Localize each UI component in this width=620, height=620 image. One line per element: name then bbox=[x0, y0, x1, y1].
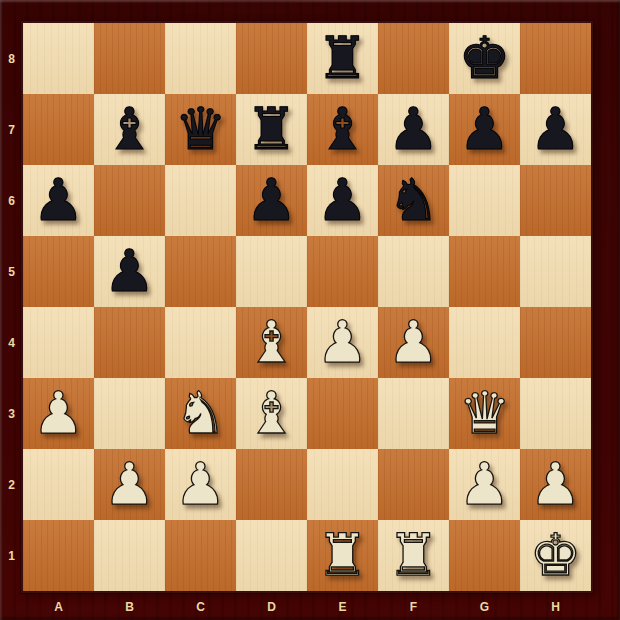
square-f4[interactable]: ♟ bbox=[378, 307, 449, 378]
square-e8[interactable]: ♜ bbox=[307, 23, 378, 94]
piece-white-king[interactable]: ♚ bbox=[530, 520, 582, 591]
piece-white-pawn[interactable]: ♟ bbox=[33, 378, 85, 449]
square-d8[interactable] bbox=[236, 23, 307, 94]
square-g1[interactable] bbox=[449, 520, 520, 591]
piece-black-queen[interactable]: ♛ bbox=[175, 94, 227, 165]
piece-white-bishop[interactable]: ♝ bbox=[246, 307, 298, 378]
piece-black-bishop[interactable]: ♝ bbox=[317, 94, 369, 165]
square-c5[interactable] bbox=[165, 236, 236, 307]
square-g3[interactable]: ♛ bbox=[449, 378, 520, 449]
square-e1[interactable]: ♜ bbox=[307, 520, 378, 591]
square-h4[interactable] bbox=[520, 307, 591, 378]
square-f6[interactable]: ♞ bbox=[378, 165, 449, 236]
square-g8[interactable]: ♚ bbox=[449, 23, 520, 94]
square-e2[interactable] bbox=[307, 449, 378, 520]
piece-black-pawn[interactable]: ♟ bbox=[33, 165, 85, 236]
piece-black-pawn[interactable]: ♟ bbox=[317, 165, 369, 236]
square-c1[interactable] bbox=[165, 520, 236, 591]
square-b6[interactable] bbox=[94, 165, 165, 236]
square-f1[interactable]: ♜ bbox=[378, 520, 449, 591]
square-h2[interactable]: ♟ bbox=[520, 449, 591, 520]
square-g7[interactable]: ♟ bbox=[449, 94, 520, 165]
square-g6[interactable] bbox=[449, 165, 520, 236]
square-d3[interactable]: ♝ bbox=[236, 378, 307, 449]
piece-white-pawn[interactable]: ♟ bbox=[317, 307, 369, 378]
square-a5[interactable] bbox=[23, 236, 94, 307]
rank-labels: 87654321 bbox=[0, 23, 23, 591]
file-labels: ABCDEFGH bbox=[23, 593, 591, 620]
square-d6[interactable]: ♟ bbox=[236, 165, 307, 236]
piece-white-knight[interactable]: ♞ bbox=[175, 378, 227, 449]
square-f2[interactable] bbox=[378, 449, 449, 520]
square-e7[interactable]: ♝ bbox=[307, 94, 378, 165]
rank-label-1: 1 bbox=[0, 520, 23, 591]
square-b1[interactable] bbox=[94, 520, 165, 591]
rank-label-3: 3 bbox=[0, 378, 23, 449]
square-d5[interactable] bbox=[236, 236, 307, 307]
piece-white-pawn[interactable]: ♟ bbox=[530, 449, 582, 520]
file-label-c: C bbox=[165, 593, 236, 620]
rank-label-5: 5 bbox=[0, 236, 23, 307]
file-label-b: B bbox=[94, 593, 165, 620]
square-b2[interactable]: ♟ bbox=[94, 449, 165, 520]
square-d1[interactable] bbox=[236, 520, 307, 591]
square-f3[interactable] bbox=[378, 378, 449, 449]
piece-white-pawn[interactable]: ♟ bbox=[175, 449, 227, 520]
square-b3[interactable] bbox=[94, 378, 165, 449]
piece-white-pawn[interactable]: ♟ bbox=[104, 449, 156, 520]
square-c8[interactable] bbox=[165, 23, 236, 94]
square-a4[interactable] bbox=[23, 307, 94, 378]
piece-black-pawn[interactable]: ♟ bbox=[530, 94, 582, 165]
square-d4[interactable]: ♝ bbox=[236, 307, 307, 378]
square-a3[interactable]: ♟ bbox=[23, 378, 94, 449]
square-d7[interactable]: ♜ bbox=[236, 94, 307, 165]
file-label-d: D bbox=[236, 593, 307, 620]
square-h3[interactable] bbox=[520, 378, 591, 449]
square-b8[interactable] bbox=[94, 23, 165, 94]
square-f7[interactable]: ♟ bbox=[378, 94, 449, 165]
rank-label-8: 8 bbox=[0, 23, 23, 94]
square-h8[interactable] bbox=[520, 23, 591, 94]
piece-black-pawn[interactable]: ♟ bbox=[104, 236, 156, 307]
piece-white-pawn[interactable]: ♟ bbox=[388, 307, 440, 378]
chess-board-frame: ♜♚♝♛♜♝♟♟♟♟♟♟♞♟♝♟♟♟♞♝♛♟♟♟♟♜♜♚ 87654321 AB… bbox=[0, 0, 620, 620]
square-g4[interactable] bbox=[449, 307, 520, 378]
square-e3[interactable] bbox=[307, 378, 378, 449]
square-a1[interactable] bbox=[23, 520, 94, 591]
square-c3[interactable]: ♞ bbox=[165, 378, 236, 449]
piece-white-rook[interactable]: ♜ bbox=[317, 520, 369, 591]
piece-white-rook[interactable]: ♜ bbox=[388, 520, 440, 591]
rank-label-6: 6 bbox=[0, 165, 23, 236]
square-e6[interactable]: ♟ bbox=[307, 165, 378, 236]
square-h6[interactable] bbox=[520, 165, 591, 236]
square-h1[interactable]: ♚ bbox=[520, 520, 591, 591]
square-b4[interactable] bbox=[94, 307, 165, 378]
file-label-g: G bbox=[449, 593, 520, 620]
piece-black-pawn[interactable]: ♟ bbox=[459, 94, 511, 165]
square-e5[interactable] bbox=[307, 236, 378, 307]
piece-black-bishop[interactable]: ♝ bbox=[104, 94, 156, 165]
file-label-h: H bbox=[520, 593, 591, 620]
piece-black-pawn[interactable]: ♟ bbox=[246, 165, 298, 236]
square-a8[interactable] bbox=[23, 23, 94, 94]
square-e4[interactable]: ♟ bbox=[307, 307, 378, 378]
square-g2[interactable]: ♟ bbox=[449, 449, 520, 520]
file-label-f: F bbox=[378, 593, 449, 620]
square-c7[interactable]: ♛ bbox=[165, 94, 236, 165]
file-label-a: A bbox=[23, 593, 94, 620]
square-b7[interactable]: ♝ bbox=[94, 94, 165, 165]
piece-black-rook[interactable]: ♜ bbox=[246, 94, 298, 165]
square-d2[interactable] bbox=[236, 449, 307, 520]
rank-label-4: 4 bbox=[0, 307, 23, 378]
piece-black-rook[interactable]: ♜ bbox=[317, 23, 369, 94]
piece-black-king[interactable]: ♚ bbox=[459, 23, 511, 94]
piece-black-knight[interactable]: ♞ bbox=[388, 165, 440, 236]
square-h5[interactable] bbox=[520, 236, 591, 307]
piece-white-bishop[interactable]: ♝ bbox=[246, 378, 298, 449]
square-c6[interactable] bbox=[165, 165, 236, 236]
rank-label-2: 2 bbox=[0, 449, 23, 520]
square-h7[interactable]: ♟ bbox=[520, 94, 591, 165]
piece-white-pawn[interactable]: ♟ bbox=[459, 449, 511, 520]
square-f8[interactable] bbox=[378, 23, 449, 94]
square-f5[interactable] bbox=[378, 236, 449, 307]
rank-label-7: 7 bbox=[0, 94, 23, 165]
square-a2[interactable] bbox=[23, 449, 94, 520]
square-c2[interactable]: ♟ bbox=[165, 449, 236, 520]
square-a6[interactable]: ♟ bbox=[23, 165, 94, 236]
piece-white-queen[interactable]: ♛ bbox=[459, 378, 511, 449]
square-b5[interactable]: ♟ bbox=[94, 236, 165, 307]
chess-board: ♜♚♝♛♜♝♟♟♟♟♟♟♞♟♝♟♟♟♞♝♛♟♟♟♟♜♜♚ bbox=[23, 23, 591, 591]
square-c4[interactable] bbox=[165, 307, 236, 378]
file-label-e: E bbox=[307, 593, 378, 620]
piece-black-pawn[interactable]: ♟ bbox=[388, 94, 440, 165]
square-a7[interactable] bbox=[23, 94, 94, 165]
square-g5[interactable] bbox=[449, 236, 520, 307]
